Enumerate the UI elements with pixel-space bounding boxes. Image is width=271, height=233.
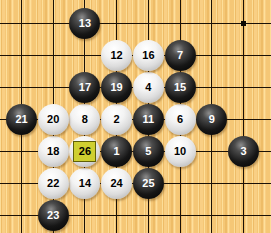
stone-18-white: 18 <box>38 136 69 167</box>
stone-number: 10 <box>174 146 186 157</box>
stone-24-white: 24 <box>101 168 132 199</box>
stone-number: 22 <box>47 178 59 189</box>
stone-12-white: 12 <box>101 40 132 71</box>
stone-number: 2 <box>114 114 120 125</box>
gomoku-board[interactable]: 1234567891011121314151617181920212223242… <box>0 0 271 233</box>
stone-number: 8 <box>82 114 88 125</box>
star-point <box>241 21 246 26</box>
stone-number: 24 <box>110 178 122 189</box>
stone-13-black: 13 <box>69 8 100 39</box>
stone-25-black: 25 <box>133 168 164 199</box>
stone-number: 3 <box>240 146 246 157</box>
stone-1-black: 1 <box>101 136 132 167</box>
stone-16-white: 16 <box>133 40 164 71</box>
stone-7-black: 7 <box>165 40 196 71</box>
stone-11-black: 11 <box>133 104 164 135</box>
stone-number: 20 <box>47 114 59 125</box>
stone-number: 16 <box>142 50 154 61</box>
stone-number: 19 <box>110 82 122 93</box>
stone-number: 14 <box>79 178 91 189</box>
stone-23-black: 23 <box>38 200 69 231</box>
stone-number: 15 <box>174 82 186 93</box>
stone-20-white: 20 <box>38 104 69 135</box>
stone-6-white: 6 <box>165 104 196 135</box>
stone-3-black: 3 <box>228 136 259 167</box>
stone-9-black: 9 <box>196 104 227 135</box>
stone-number: 11 <box>143 114 155 125</box>
stone-number: 25 <box>142 178 154 189</box>
stone-number: 4 <box>145 82 151 93</box>
stone-number: 9 <box>209 114 215 125</box>
stone-number: 12 <box>110 50 122 61</box>
stone-2-white: 2 <box>101 104 132 135</box>
stone-number: 7 <box>177 50 183 61</box>
stone-19-black: 19 <box>101 72 132 103</box>
stone-15-black: 15 <box>165 72 196 103</box>
stone-17-black: 17 <box>69 72 100 103</box>
stone-number: 5 <box>145 146 151 157</box>
stone-26-white: 26 <box>69 136 100 167</box>
stone-number: 13 <box>79 18 91 29</box>
stone-14-white: 14 <box>69 168 100 199</box>
stone-number: 18 <box>47 146 59 157</box>
stone-4-white: 4 <box>133 72 164 103</box>
stone-10-white: 10 <box>165 136 196 167</box>
stone-5-black: 5 <box>133 136 164 167</box>
stone-number: 1 <box>114 146 120 157</box>
stone-21-black: 21 <box>6 104 37 135</box>
stone-number: 21 <box>15 114 27 125</box>
stone-number: 17 <box>79 82 91 93</box>
stone-number: 23 <box>47 210 59 221</box>
stone-8-white: 8 <box>69 104 100 135</box>
grid-line-horizontal-0 <box>0 23 271 24</box>
stone-22-white: 22 <box>38 168 69 199</box>
stone-number: 6 <box>177 114 183 125</box>
grid-line-vertical-7 <box>243 0 244 233</box>
last-move-highlight: 26 <box>73 141 96 162</box>
